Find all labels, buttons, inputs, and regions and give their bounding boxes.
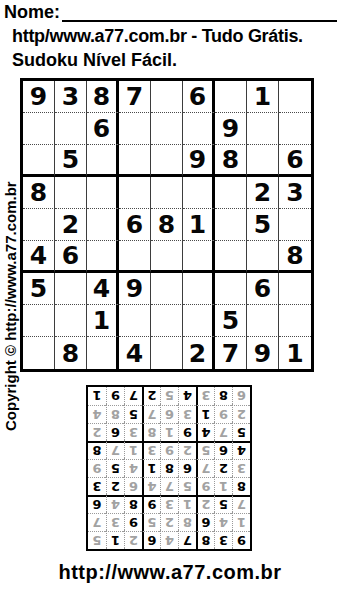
puzzle-cell-r5c4: 6: [119, 209, 151, 241]
solution-cell-r2c1: 1: [232, 513, 250, 531]
puzzle-cell-r5c5: 8: [151, 209, 183, 241]
sudoku-worksheet-page: Nome: http/www.a77.com.br - Tudo Grátis.…: [0, 0, 340, 596]
solution-cell-r7c5: 1: [160, 423, 178, 441]
solution-cell-r2c3: 6: [196, 513, 214, 531]
solution-cell-r3c2: 5: [214, 495, 232, 513]
puzzle-cell-r5c2: 2: [55, 209, 87, 241]
solution-cell-r1c3: 8: [196, 531, 214, 549]
puzzle-cell-r5c6: 1: [183, 209, 215, 241]
puzzle-cell-r3c4: [119, 145, 151, 177]
solution-cell-r4c8: 2: [106, 477, 124, 495]
puzzle-cell-r1c2: 3: [55, 81, 87, 113]
solution-cell-r1c8: 1: [106, 531, 124, 549]
puzzle-cell-r7c4: 9: [119, 273, 151, 305]
puzzle-cell-r1c6: 6: [183, 81, 215, 113]
puzzle-cell-r7c1: 5: [23, 273, 55, 305]
puzzle-cell-r7c8: 6: [247, 273, 279, 305]
puzzle-cell-r3c2: 5: [55, 145, 87, 177]
puzzle-cell-r6c9: 8: [279, 241, 311, 273]
solution-cell-r7c7: 3: [124, 423, 142, 441]
puzzle-cell-r2c3: 6: [87, 113, 119, 145]
puzzle-cell-r8c9: [279, 305, 311, 337]
puzzle-cell-r6c5: [151, 241, 183, 273]
puzzle-cell-r2c7: 9: [215, 113, 247, 145]
site-header: http/www.a77.com.br - Tudo Grátis.: [12, 26, 303, 47]
puzzle-cell-r2c9: [279, 113, 311, 145]
solution-cell-r3c9: 6: [88, 495, 106, 513]
solution-cell-r3c7: 8: [124, 495, 142, 513]
puzzle-cell-r8c1: [23, 305, 55, 337]
puzzle-cell-r8c2: [55, 305, 87, 337]
puzzle-cell-r3c5: [151, 145, 183, 177]
solution-cell-r8c7: 5: [124, 405, 142, 423]
puzzle-cell-r5c8: 5: [247, 209, 279, 241]
solution-cell-r9c3: 3: [196, 387, 214, 405]
puzzle-cell-r5c7: [215, 209, 247, 241]
solution-cell-r3c6: 9: [142, 495, 160, 513]
puzzle-cell-r6c8: [247, 241, 279, 273]
solution-cell-r3c5: 3: [160, 495, 178, 513]
puzzle-cell-r2c4: [119, 113, 151, 145]
solution-cell-r6c3: 5: [196, 441, 214, 459]
puzzle-cell-r3c1: [23, 145, 55, 177]
solution-cell-r8c5: 6: [160, 405, 178, 423]
solution-cell-r6c7: 1: [124, 441, 142, 459]
puzzle-cell-r4c7: [215, 177, 247, 209]
sudoku-puzzle-grid: 93876169598682326815468549615842791: [20, 78, 314, 372]
puzzle-cell-r1c9: [279, 81, 311, 113]
puzzle-cell-r8c6: [183, 305, 215, 337]
puzzle-cell-r4c4: [119, 177, 151, 209]
puzzle-cell-r3c9: 6: [279, 145, 311, 177]
footer-url: http://www.a77.com.br: [0, 561, 340, 584]
name-label: Nome:: [4, 2, 60, 22]
solution-cell-r9c1: 6: [232, 387, 250, 405]
puzzle-cell-r7c5: [151, 273, 183, 305]
solution-cell-r6c9: 8: [88, 441, 106, 459]
solution-cell-r8c2: 9: [214, 405, 232, 423]
puzzle-cell-r6c2: 6: [55, 241, 87, 273]
solution-cell-r5c2: 2: [214, 459, 232, 477]
puzzle-cell-r7c2: [55, 273, 87, 305]
puzzle-cell-r8c8: [247, 305, 279, 337]
solution-cell-r1c6: 6: [142, 531, 160, 549]
puzzle-cell-r8c3: 1: [87, 305, 119, 337]
puzzle-cell-r5c9: [279, 209, 311, 241]
solution-cell-r1c4: 7: [178, 531, 196, 549]
puzzle-cell-r6c7: [215, 241, 247, 273]
solution-cell-r6c6: 3: [142, 441, 160, 459]
solution-cell-r4c9: 3: [88, 477, 106, 495]
solution-cell-r2c8: 3: [106, 513, 124, 531]
solution-cell-r4c2: 1: [214, 477, 232, 495]
puzzle-cell-r3c3: [87, 145, 119, 177]
solution-cell-r6c2: 6: [214, 441, 232, 459]
difficulty-header: Sudoku Nível Fácil.: [12, 50, 177, 71]
solution-cell-r6c4: 2: [178, 441, 196, 459]
puzzle-cell-r9c6: 2: [183, 337, 215, 369]
puzzle-cell-r4c2: [55, 177, 87, 209]
solution-cell-r9c9: 1: [88, 387, 106, 405]
puzzle-cell-r4c1: 8: [23, 177, 55, 209]
solution-cell-r5c7: 4: [124, 459, 142, 477]
solution-cell-r1c5: 4: [160, 531, 178, 549]
solution-cell-r3c1: 7: [232, 495, 250, 513]
puzzle-cell-r9c2: 8: [55, 337, 87, 369]
solution-cell-r5c4: 6: [178, 459, 196, 477]
solution-cell-r1c7: 2: [124, 531, 142, 549]
solution-cell-r5c8: 5: [106, 459, 124, 477]
solution-cell-r6c1: 4: [232, 441, 250, 459]
solution-cell-r9c6: 2: [142, 387, 160, 405]
puzzle-cell-r5c1: [23, 209, 55, 241]
solution-cell-r7c4: 9: [178, 423, 196, 441]
puzzle-cell-r4c5: [151, 177, 183, 209]
puzzle-cell-r1c7: [215, 81, 247, 113]
solution-cell-r8c9: 4: [88, 405, 106, 423]
puzzle-cell-r6c3: [87, 241, 119, 273]
puzzle-cell-r9c8: 9: [247, 337, 279, 369]
solution-cell-r5c3: 7: [196, 459, 214, 477]
solution-cell-r9c2: 8: [214, 387, 232, 405]
puzzle-cell-r1c1: 9: [23, 81, 55, 113]
solution-cell-r8c4: 3: [178, 405, 196, 423]
solution-cell-r3c8: 4: [106, 495, 124, 513]
puzzle-cell-r2c1: [23, 113, 55, 145]
solution-cell-r8c8: 8: [106, 405, 124, 423]
solution-cell-r5c1: 3: [232, 459, 250, 477]
solution-cell-r6c8: 7: [106, 441, 124, 459]
puzzle-cell-r7c9: [279, 273, 311, 305]
solution-cell-r4c6: 4: [142, 477, 160, 495]
solution-cell-r2c4: 8: [178, 513, 196, 531]
solution-cell-r5c6: 1: [142, 459, 160, 477]
puzzle-cell-r8c7: 5: [215, 305, 247, 337]
puzzle-cell-r1c3: 8: [87, 81, 119, 113]
solution-cell-r2c6: 5: [142, 513, 160, 531]
solution-cell-r4c7: 6: [124, 477, 142, 495]
puzzle-cell-r9c9: 1: [279, 337, 311, 369]
puzzle-cell-r9c5: [151, 337, 183, 369]
puzzle-cell-r5c3: [87, 209, 119, 241]
puzzle-cell-r2c5: [151, 113, 183, 145]
puzzle-cell-r7c6: [183, 273, 215, 305]
puzzle-cell-r6c6: [183, 241, 215, 273]
copyright-vertical-text: Copyright © http://www.a77.com.br: [2, 181, 19, 431]
puzzle-cell-r1c5: [151, 81, 183, 113]
puzzle-cell-r6c1: 4: [23, 241, 55, 273]
sudoku-solution-grid-rotated: 9387462151468259377521398468195746233276…: [86, 385, 252, 551]
solution-cell-r4c1: 8: [232, 477, 250, 495]
solution-cell-r1c1: 9: [232, 531, 250, 549]
solution-cell-r8c1: 2: [232, 405, 250, 423]
solution-cell-r6c5: 9: [160, 441, 178, 459]
puzzle-cell-r3c6: 9: [183, 145, 215, 177]
solution-cell-r7c1: 5: [232, 423, 250, 441]
solution-cell-r9c4: 4: [178, 387, 196, 405]
puzzle-cell-r1c8: 1: [247, 81, 279, 113]
solution-cell-r8c3: 1: [196, 405, 214, 423]
solution-cell-r4c4: 5: [178, 477, 196, 495]
puzzle-cell-r3c8: [247, 145, 279, 177]
solution-cell-r2c2: 4: [214, 513, 232, 531]
solution-cell-r1c9: 5: [88, 531, 106, 549]
solution-cell-r9c7: 7: [124, 387, 142, 405]
puzzle-cell-r8c4: [119, 305, 151, 337]
solution-cell-r7c9: 2: [88, 423, 106, 441]
name-field-row: Nome:: [4, 2, 337, 22]
solution-cell-r2c7: 9: [124, 513, 142, 531]
solution-cell-r9c5: 5: [160, 387, 178, 405]
puzzle-cell-r9c4: 4: [119, 337, 151, 369]
puzzle-cell-r9c7: 7: [215, 337, 247, 369]
solution-cell-r8c6: 7: [142, 405, 160, 423]
puzzle-cell-r4c6: [183, 177, 215, 209]
solution-cell-r5c9: 9: [88, 459, 106, 477]
solution-cell-r7c8: 6: [106, 423, 124, 441]
solution-cell-r2c5: 2: [160, 513, 178, 531]
puzzle-cell-r9c3: [87, 337, 119, 369]
puzzle-cell-r7c3: 4: [87, 273, 119, 305]
solution-cell-r3c4: 1: [178, 495, 196, 513]
solution-cell-r5c5: 8: [160, 459, 178, 477]
solution-cell-r2c9: 7: [88, 513, 106, 531]
solution-cell-r1c2: 3: [214, 531, 232, 549]
puzzle-cell-r9c1: [23, 337, 55, 369]
puzzle-cell-r8c5: [151, 305, 183, 337]
solution-cell-r7c2: 7: [214, 423, 232, 441]
puzzle-cell-r4c3: [87, 177, 119, 209]
puzzle-cell-r6c4: [119, 241, 151, 273]
puzzle-cell-r2c2: [55, 113, 87, 145]
solution-cell-r7c3: 4: [196, 423, 214, 441]
solution-cell-r3c3: 2: [196, 495, 214, 513]
solution-cell-r4c5: 7: [160, 477, 178, 495]
puzzle-cell-r4c8: 2: [247, 177, 279, 209]
puzzle-cell-r3c7: 8: [215, 145, 247, 177]
puzzle-cell-r4c9: 3: [279, 177, 311, 209]
solution-cell-r4c3: 9: [196, 477, 214, 495]
solution-cell-r9c8: 9: [106, 387, 124, 405]
puzzle-cell-r2c8: [247, 113, 279, 145]
puzzle-cell-r7c7: [215, 273, 247, 305]
name-blank-line: [62, 2, 337, 22]
puzzle-cell-r1c4: 7: [119, 81, 151, 113]
solution-cell-r7c6: 8: [142, 423, 160, 441]
puzzle-cell-r2c6: [183, 113, 215, 145]
